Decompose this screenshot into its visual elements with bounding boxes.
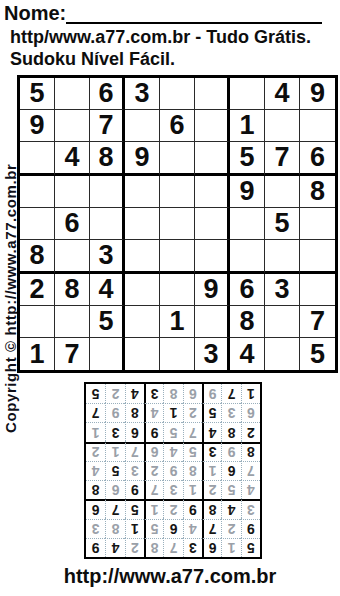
cell-r3c8[interactable]: 7 — [265, 142, 300, 176]
sol-r8c7: 8 — [125, 403, 144, 422]
sol-r2c3: 7 — [202, 519, 221, 538]
cell-r5c3[interactable] — [90, 208, 125, 240]
cell-r7c2[interactable]: 8 — [55, 274, 90, 306]
cell-r2c3[interactable]: 7 — [90, 110, 125, 142]
cell-r1c5[interactable] — [160, 78, 195, 110]
cell-r8c5[interactable]: 1 — [160, 306, 195, 338]
sudoku-worksheet-page: Nome: http/www.a77.com.br - Tudo Grátis.… — [0, 0, 340, 596]
cell-r4c1[interactable] — [20, 176, 55, 208]
cell-r5c7[interactable] — [230, 208, 265, 240]
sol-r6c8: 1 — [105, 442, 124, 461]
cell-r3c2[interactable]: 4 — [55, 142, 90, 176]
sol-r8c2: 3 — [221, 403, 240, 422]
sol-r9c3: 9 — [202, 384, 221, 403]
sol-r9c1: 1 — [241, 384, 260, 403]
sol-r4c3: 2 — [202, 480, 221, 499]
sol-r7c2: 8 — [221, 422, 240, 441]
cell-r6c9[interactable] — [300, 240, 335, 274]
sol-r9c6: 3 — [144, 384, 163, 403]
cell-r2c2[interactable] — [55, 110, 90, 142]
sol-r2c1: 9 — [241, 519, 260, 538]
name-row: Nome: — [4, 2, 340, 24]
sol-r7c1: 2 — [241, 422, 260, 441]
cell-r5c1[interactable] — [20, 208, 55, 240]
cell-r3c1[interactable] — [20, 142, 55, 176]
sol-r6c3: 3 — [202, 442, 221, 461]
cell-r7c3[interactable]: 4 — [90, 274, 125, 306]
sol-r1c6: 8 — [144, 538, 163, 557]
cell-r6c7[interactable] — [230, 240, 265, 274]
cell-r9c8[interactable] — [265, 338, 300, 370]
sol-r9c9: 5 — [86, 384, 105, 403]
sol-r3c9: 6 — [86, 499, 105, 518]
cell-r8c9[interactable]: 7 — [300, 306, 335, 338]
sol-r4c1: 4 — [241, 480, 260, 499]
sol-r6c4: 5 — [183, 442, 202, 461]
sol-r6c6: 6 — [144, 442, 163, 461]
sol-r1c7: 2 — [125, 538, 144, 557]
cell-r9c4[interactable] — [125, 338, 160, 370]
sudoku-board: 563499761489576986583284963518717345 — [17, 75, 338, 373]
cell-r7c8[interactable]: 3 — [265, 274, 300, 306]
cell-r1c9[interactable]: 9 — [300, 78, 335, 110]
cell-r9c6[interactable]: 3 — [195, 338, 230, 370]
cell-r3c7[interactable]: 5 — [230, 142, 265, 176]
sol-r3c2: 4 — [221, 499, 240, 518]
sol-r7c9: 1 — [86, 422, 105, 441]
sol-r2c6: 5 — [144, 519, 163, 538]
cell-r1c7[interactable] — [230, 78, 265, 110]
cell-r6c6[interactable] — [195, 240, 230, 274]
cell-r1c2[interactable] — [55, 78, 90, 110]
cell-r3c4[interactable]: 9 — [125, 142, 160, 176]
sol-r7c6: 9 — [144, 422, 163, 441]
cell-r5c4[interactable] — [125, 208, 160, 240]
sol-r7c3: 4 — [202, 422, 221, 441]
sol-r1c9: 9 — [86, 538, 105, 557]
cell-r3c9[interactable]: 6 — [300, 142, 335, 176]
cell-r2c7[interactable]: 1 — [230, 110, 265, 142]
cell-r8c8[interactable] — [265, 306, 300, 338]
cell-r8c4[interactable] — [125, 306, 160, 338]
cell-r7c4[interactable] — [125, 274, 160, 306]
sol-r5c1: 7 — [241, 461, 260, 480]
cell-r3c3[interactable]: 8 — [90, 142, 125, 176]
sol-r6c5: 4 — [163, 442, 182, 461]
sol-r5c7: 3 — [125, 461, 144, 480]
cell-r6c8[interactable] — [265, 240, 300, 274]
name-label: Nome: — [4, 2, 66, 24]
sol-r9c2: 7 — [221, 384, 240, 403]
cell-r5c9[interactable] — [300, 208, 335, 240]
sol-r5c5: 9 — [163, 461, 182, 480]
cell-r4c2[interactable] — [55, 176, 90, 208]
footer-url: http://www.a77.com.br — [0, 565, 340, 588]
cell-r7c9[interactable] — [300, 274, 335, 306]
sol-r4c6: 7 — [144, 480, 163, 499]
cell-r7c5[interactable] — [160, 274, 195, 306]
sol-r1c2: 1 — [221, 538, 240, 557]
cell-r5c6[interactable] — [195, 208, 230, 240]
cell-r6c2[interactable] — [55, 240, 90, 274]
cell-r1c4[interactable]: 3 — [125, 78, 160, 110]
sol-r2c2: 2 — [221, 519, 240, 538]
cell-r9c5[interactable] — [160, 338, 195, 370]
sol-r3c8: 7 — [105, 499, 124, 518]
sol-r8c4: 2 — [183, 403, 202, 422]
sol-r5c8: 5 — [105, 461, 124, 480]
cell-r1c1[interactable]: 5 — [20, 78, 55, 110]
cell-r3c6[interactable] — [195, 142, 230, 176]
sol-r1c3: 6 — [202, 538, 221, 557]
sol-r5c9: 4 — [86, 461, 105, 480]
cell-r7c6[interactable]: 9 — [195, 274, 230, 306]
cell-r6c1[interactable]: 8 — [20, 240, 55, 274]
cell-r4c5[interactable] — [160, 176, 195, 208]
sol-r8c1: 6 — [241, 403, 260, 422]
sol-r2c8: 8 — [105, 519, 124, 538]
sol-r2c9: 3 — [86, 519, 105, 538]
cell-r8c2[interactable] — [55, 306, 90, 338]
cell-r5c5[interactable] — [160, 208, 195, 240]
sol-r3c6: 1 — [144, 499, 163, 518]
cell-r8c7[interactable]: 8 — [230, 306, 265, 338]
cell-r2c4[interactable] — [125, 110, 160, 142]
sol-r5c3: 1 — [202, 461, 221, 480]
cell-r1c8[interactable]: 4 — [265, 78, 300, 110]
cell-r6c3[interactable]: 3 — [90, 240, 125, 274]
sol-r8c9: 7 — [86, 403, 105, 422]
cell-r4c3[interactable] — [90, 176, 125, 208]
sol-r1c1: 5 — [241, 538, 260, 557]
sol-r6c1: 8 — [241, 442, 260, 461]
sol-r2c7: 1 — [125, 519, 144, 538]
sol-r2c4: 4 — [183, 519, 202, 538]
cell-r2c8[interactable] — [265, 110, 300, 142]
sol-r3c4: 9 — [183, 499, 202, 518]
sol-r3c7: 5 — [125, 499, 144, 518]
sol-r7c5: 5 — [163, 422, 182, 441]
cell-r2c5[interactable]: 6 — [160, 110, 195, 142]
sol-r3c5: 2 — [163, 499, 182, 518]
cell-r4c9[interactable]: 8 — [300, 176, 335, 208]
sol-r9c4: 6 — [183, 384, 202, 403]
sol-r7c7: 6 — [125, 422, 144, 441]
cell-r2c1[interactable]: 9 — [20, 110, 55, 142]
sol-r1c8: 4 — [105, 538, 124, 557]
sol-r8c8: 9 — [105, 403, 124, 422]
cell-r2c9[interactable] — [300, 110, 335, 142]
sol-r2c5: 6 — [163, 519, 182, 538]
cell-r9c7[interactable]: 4 — [230, 338, 265, 370]
sol-r4c4: 1 — [183, 480, 202, 499]
sol-r1c5: 7 — [163, 538, 182, 557]
cell-r1c6[interactable] — [195, 78, 230, 110]
cell-r4c8[interactable] — [265, 176, 300, 208]
sol-r6c2: 9 — [221, 442, 240, 461]
cell-r9c2[interactable]: 7 — [55, 338, 90, 370]
solution-board-rotated-180: 5163782499274651833489215764521379687618… — [84, 382, 262, 559]
sol-r8c3: 5 — [202, 403, 221, 422]
sol-r3c3: 8 — [202, 499, 221, 518]
sol-r9c5: 8 — [163, 384, 182, 403]
cell-r8c3[interactable]: 5 — [90, 306, 125, 338]
sol-r9c8: 2 — [105, 384, 124, 403]
site-tagline: http/www.a77.com.br - Tudo Grátis. — [10, 27, 311, 48]
cell-r9c9[interactable]: 5 — [300, 338, 335, 370]
sol-r8c6: 4 — [144, 403, 163, 422]
sol-r6c7: 7 — [125, 442, 144, 461]
sol-r1c4: 3 — [183, 538, 202, 557]
sol-r7c4: 7 — [183, 422, 202, 441]
sol-r4c2: 5 — [221, 480, 240, 499]
name-write-in-line[interactable] — [66, 4, 322, 24]
sol-r4c7: 9 — [125, 480, 144, 499]
sol-r6c9: 2 — [86, 442, 105, 461]
cell-r4c7[interactable]: 9 — [230, 176, 265, 208]
sol-r8c5: 1 — [163, 403, 182, 422]
sol-r5c6: 2 — [144, 461, 163, 480]
cell-r2c6[interactable] — [195, 110, 230, 142]
cell-r9c3[interactable] — [90, 338, 125, 370]
cell-r3c5[interactable] — [160, 142, 195, 176]
sol-r9c7: 4 — [125, 384, 144, 403]
cell-r8c6[interactable] — [195, 306, 230, 338]
sol-r4c5: 3 — [163, 480, 182, 499]
cell-r8c1[interactable] — [20, 306, 55, 338]
sol-r7c8: 3 — [105, 422, 124, 441]
puzzle-level-title: Sudoku Nível Fácil. — [10, 49, 175, 70]
cell-r9c1[interactable]: 1 — [20, 338, 55, 370]
sol-r4c8: 6 — [105, 480, 124, 499]
cell-r4c4[interactable] — [125, 176, 160, 208]
sol-r5c2: 6 — [221, 461, 240, 480]
sol-r3c1: 3 — [241, 499, 260, 518]
sol-r5c4: 8 — [183, 461, 202, 480]
sol-r4c9: 8 — [86, 480, 105, 499]
cell-r6c4[interactable] — [125, 240, 160, 274]
cell-r5c8[interactable]: 5 — [265, 208, 300, 240]
cell-r6c5[interactable] — [160, 240, 195, 274]
cell-r1c3[interactable]: 6 — [90, 78, 125, 110]
cell-r7c1[interactable]: 2 — [20, 274, 55, 306]
cell-r7c7[interactable]: 6 — [230, 274, 265, 306]
cell-r5c2[interactable]: 6 — [55, 208, 90, 240]
cell-r4c6[interactable] — [195, 176, 230, 208]
